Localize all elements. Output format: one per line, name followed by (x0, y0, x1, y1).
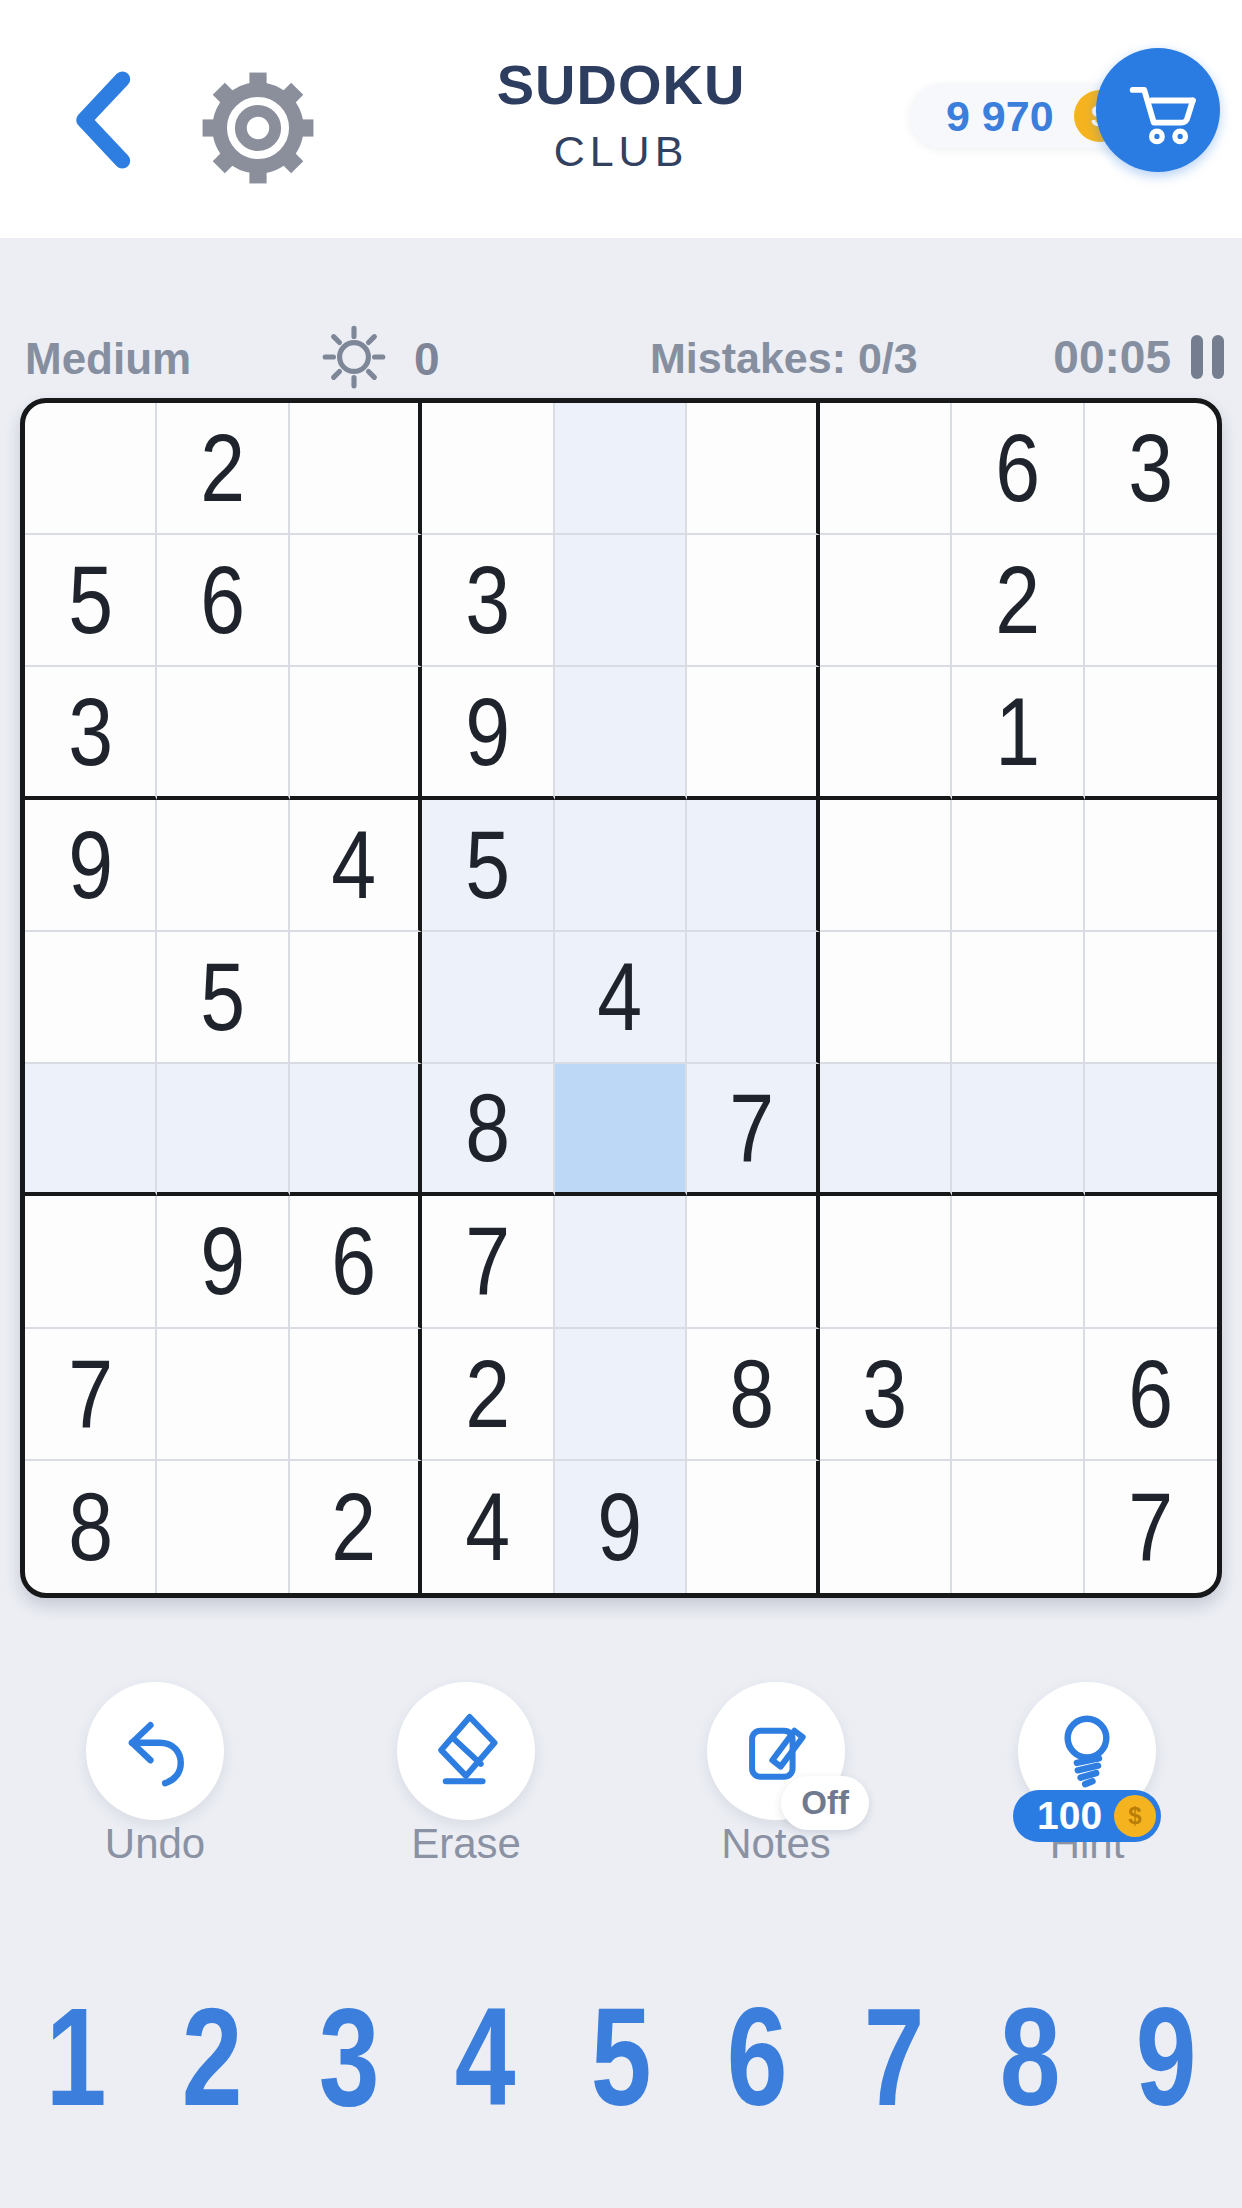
cell-r8c4[interactable]: 2 (422, 1329, 554, 1461)
cell-r8c1[interactable]: 7 (25, 1329, 157, 1461)
cell-r4c7[interactable] (820, 800, 952, 932)
number-pad: 123456789 (0, 1962, 1242, 2152)
cell-r9c8[interactable] (952, 1461, 1084, 1593)
back-chevron-icon (48, 60, 168, 180)
cell-r3c2[interactable] (157, 667, 289, 799)
cell-r5c3[interactable] (290, 932, 422, 1064)
pause-icon (1191, 335, 1203, 379)
cell-r7c7[interactable] (820, 1196, 952, 1328)
cell-r1c3[interactable] (290, 403, 422, 535)
cell-r4c5[interactable] (555, 800, 687, 932)
cell-r9c2[interactable] (157, 1461, 289, 1593)
cell-r9c5[interactable]: 9 (555, 1461, 687, 1593)
cell-r2c1[interactable]: 5 (25, 535, 157, 667)
numpad-4[interactable]: 4 (433, 1987, 537, 2127)
cell-r4c3[interactable]: 4 (290, 800, 422, 932)
toolbar: Undo Erase (0, 1660, 1242, 1920)
lightbulb-icon (1041, 1705, 1133, 1797)
cell-r7c2[interactable]: 9 (157, 1196, 289, 1328)
cell-r8c8[interactable] (952, 1329, 1084, 1461)
cell-r7c9[interactable] (1085, 1196, 1217, 1328)
cell-r9c6[interactable] (687, 1461, 819, 1593)
cell-r4c8[interactable] (952, 800, 1084, 932)
cell-r8c7[interactable]: 3 (820, 1329, 952, 1461)
back-button[interactable] (48, 60, 168, 180)
header-bar: SUDOKU CLUB 9 970 $ (0, 0, 1242, 238)
timer: 00:05 (1053, 330, 1171, 384)
cell-r5c5[interactable]: 4 (555, 932, 687, 1064)
cell-r8c9[interactable]: 6 (1085, 1329, 1217, 1461)
sun-score-icon (318, 320, 390, 392)
cell-r5c1[interactable] (25, 932, 157, 1064)
notes-off-badge: Off (781, 1776, 869, 1830)
cell-r2c5[interactable] (555, 535, 687, 667)
cell-r3c5[interactable] (555, 667, 687, 799)
cell-r2c6[interactable] (687, 535, 819, 667)
score-value: 0 (414, 332, 440, 386)
hint-cost: 100 (1037, 1794, 1102, 1838)
cell-r1c1[interactable] (25, 403, 157, 535)
cell-r6c5[interactable] (555, 1064, 687, 1196)
cell-r2c8[interactable]: 2 (952, 535, 1084, 667)
cell-r7c6[interactable] (687, 1196, 819, 1328)
cell-r8c6[interactable]: 8 (687, 1329, 819, 1461)
cell-r4c1[interactable]: 9 (25, 800, 157, 932)
notes-button[interactable]: Off Notes (666, 1660, 886, 1868)
shop-button[interactable] (1096, 48, 1220, 172)
sudoku-board: 263563239194554879677283682497 (20, 398, 1222, 1598)
cell-r2c4[interactable]: 3 (422, 535, 554, 667)
hint-coin-icon: $ (1114, 1795, 1156, 1837)
cell-r6c3[interactable] (290, 1064, 422, 1196)
cell-r4c4[interactable]: 5 (422, 800, 554, 932)
cell-r4c2[interactable] (157, 800, 289, 932)
cell-r1c9[interactable]: 3 (1085, 403, 1217, 535)
status-bar: Medium 0 Mistakes: 0/3 00:05 (0, 316, 1242, 396)
erase-button[interactable]: Erase (356, 1660, 576, 1868)
cell-r1c6[interactable] (687, 403, 819, 535)
cell-r3c1[interactable]: 3 (25, 667, 157, 799)
cell-r7c8[interactable] (952, 1196, 1084, 1328)
sudoku-app-screen: SUDOKU CLUB 9 970 $ Medium (0, 0, 1242, 2208)
difficulty-label: Medium (25, 334, 191, 384)
settings-button[interactable] (192, 62, 324, 194)
cell-r6c7[interactable] (820, 1064, 952, 1196)
cell-r4c9[interactable] (1085, 800, 1217, 932)
undo-icon (109, 1705, 201, 1797)
cell-r5c8[interactable] (952, 932, 1084, 1064)
cell-r3c8[interactable]: 1 (952, 667, 1084, 799)
numpad-7[interactable]: 7 (842, 1987, 946, 2127)
cell-r2c9[interactable] (1085, 535, 1217, 667)
cell-r1c4[interactable] (422, 403, 554, 535)
cell-r5c4[interactable] (422, 932, 554, 1064)
cell-r2c3[interactable] (290, 535, 422, 667)
cell-r5c9[interactable] (1085, 932, 1217, 1064)
cell-r5c6[interactable] (687, 932, 819, 1064)
cell-r9c9[interactable]: 7 (1085, 1461, 1217, 1593)
hint-cost-badge: 100 $ (1013, 1790, 1161, 1842)
gear-icon (192, 62, 324, 194)
cell-r5c2[interactable]: 5 (157, 932, 289, 1064)
cell-r3c4[interactable]: 9 (422, 667, 554, 799)
coin-balance: 9 970 (946, 92, 1054, 141)
cell-r6c6[interactable]: 7 (687, 1064, 819, 1196)
cell-r1c5[interactable] (555, 403, 687, 535)
undo-button[interactable]: Undo (45, 1660, 265, 1868)
cell-r3c7[interactable] (820, 667, 952, 799)
numpad-2[interactable]: 2 (160, 1987, 264, 2127)
cell-r3c3[interactable] (290, 667, 422, 799)
cell-r1c2[interactable]: 2 (157, 403, 289, 535)
cell-r6c4[interactable]: 8 (422, 1064, 554, 1196)
cell-r2c2[interactable]: 6 (157, 535, 289, 667)
cell-r5c7[interactable] (820, 932, 952, 1064)
cell-r8c3[interactable] (290, 1329, 422, 1461)
cell-r2c7[interactable] (820, 535, 952, 667)
cell-r7c5[interactable] (555, 1196, 687, 1328)
numpad-8[interactable]: 8 (978, 1987, 1082, 2127)
numpad-9[interactable]: 9 (1114, 1987, 1218, 2127)
cell-r7c1[interactable] (25, 1196, 157, 1328)
numpad-5[interactable]: 5 (569, 1987, 673, 2127)
numpad-3[interactable]: 3 (297, 1987, 401, 2127)
cell-r9c7[interactable] (820, 1461, 952, 1593)
erase-label: Erase (411, 1820, 521, 1867)
cell-r9c1[interactable]: 8 (25, 1461, 157, 1593)
cell-r8c2[interactable] (157, 1329, 289, 1461)
cell-r6c9[interactable] (1085, 1064, 1217, 1196)
cell-r9c3[interactable]: 2 (290, 1461, 422, 1593)
cell-r7c4[interactable]: 7 (422, 1196, 554, 1328)
mistakes-counter: Mistakes: 0/3 (650, 334, 918, 383)
pause-button[interactable] (1187, 331, 1228, 383)
undo-label: Undo (105, 1820, 205, 1867)
cell-r3c6[interactable] (687, 667, 819, 799)
cell-r4c6[interactable] (687, 800, 819, 932)
cell-r9c4[interactable]: 4 (422, 1461, 554, 1593)
eraser-icon (420, 1705, 512, 1797)
cell-r6c1[interactable] (25, 1064, 157, 1196)
cell-r3c9[interactable] (1085, 667, 1217, 799)
hint-button[interactable]: 100 $ Hint (977, 1660, 1197, 1868)
cell-r6c8[interactable] (952, 1064, 1084, 1196)
cell-r1c7[interactable] (820, 403, 952, 535)
cell-r6c2[interactable] (157, 1064, 289, 1196)
cart-icon (1120, 72, 1196, 148)
cell-r8c5[interactable] (555, 1329, 687, 1461)
cell-r7c3[interactable]: 6 (290, 1196, 422, 1328)
numpad-6[interactable]: 6 (705, 1987, 809, 2127)
cell-r1c8[interactable]: 6 (952, 403, 1084, 535)
numpad-1[interactable]: 1 (24, 1987, 128, 2127)
